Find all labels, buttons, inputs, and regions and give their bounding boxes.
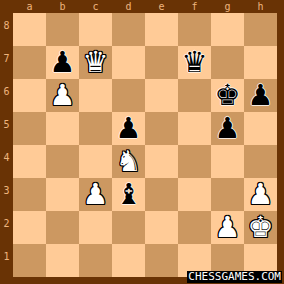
square-f6[interactable]	[178, 79, 211, 112]
square-b5[interactable]	[46, 112, 79, 145]
chess-diagram: ♟♛♛♟♚♟♟♟♞♟♝♟♟♚ CHESSGAMES.COM abcdefgh87…	[0, 0, 284, 284]
square-b1[interactable]	[46, 244, 79, 277]
square-a4[interactable]	[13, 145, 46, 178]
square-d1[interactable]	[112, 244, 145, 277]
square-d2[interactable]	[112, 211, 145, 244]
square-b6[interactable]: ♟	[46, 79, 79, 112]
square-g5[interactable]: ♟	[211, 112, 244, 145]
piece-white-knight[interactable]: ♞	[116, 145, 142, 178]
file-label-c: c	[79, 0, 112, 13]
square-g3[interactable]	[211, 178, 244, 211]
square-a7[interactable]	[13, 46, 46, 79]
square-f4[interactable]	[178, 145, 211, 178]
rank-label-2: 2	[0, 211, 13, 244]
square-e2[interactable]	[145, 211, 178, 244]
square-e6[interactable]	[145, 79, 178, 112]
square-a6[interactable]	[13, 79, 46, 112]
square-g7[interactable]	[211, 46, 244, 79]
chessgames-watermark: CHESSGAMES.COM	[187, 271, 282, 283]
square-g8[interactable]	[211, 13, 244, 46]
piece-white-pawn[interactable]: ♟	[83, 178, 109, 211]
rank-label-3: 3	[0, 178, 13, 211]
square-f5[interactable]	[178, 112, 211, 145]
square-f3[interactable]	[178, 178, 211, 211]
square-b3[interactable]	[46, 178, 79, 211]
square-e5[interactable]	[145, 112, 178, 145]
square-b2[interactable]	[46, 211, 79, 244]
rank-label-6: 6	[0, 79, 13, 112]
square-c4[interactable]	[79, 145, 112, 178]
square-f7[interactable]: ♛	[178, 46, 211, 79]
square-h7[interactable]	[244, 46, 277, 79]
piece-white-pawn[interactable]: ♟	[215, 211, 241, 244]
square-g4[interactable]	[211, 145, 244, 178]
chess-board: ♟♛♛♟♚♟♟♟♞♟♝♟♟♚	[13, 13, 277, 277]
square-d4[interactable]: ♞	[112, 145, 145, 178]
rank-label-4: 4	[0, 145, 13, 178]
file-label-g: g	[211, 0, 244, 13]
square-c3[interactable]: ♟	[79, 178, 112, 211]
square-a2[interactable]	[13, 211, 46, 244]
rank-label-7: 7	[0, 46, 13, 79]
square-b4[interactable]	[46, 145, 79, 178]
square-f2[interactable]	[178, 211, 211, 244]
square-c8[interactable]	[79, 13, 112, 46]
square-h3[interactable]: ♟	[244, 178, 277, 211]
piece-black-pawn[interactable]: ♟	[116, 112, 142, 145]
square-e7[interactable]	[145, 46, 178, 79]
piece-black-pawn[interactable]: ♟	[50, 46, 76, 79]
square-h8[interactable]	[244, 13, 277, 46]
file-label-e: e	[145, 0, 178, 13]
square-g6[interactable]: ♚	[211, 79, 244, 112]
square-e1[interactable]	[145, 244, 178, 277]
rank-label-1: 1	[0, 244, 13, 277]
piece-black-pawn[interactable]: ♟	[248, 79, 274, 112]
file-label-d: d	[112, 0, 145, 13]
square-c2[interactable]	[79, 211, 112, 244]
piece-white-king[interactable]: ♚	[248, 211, 274, 244]
rank-label-5: 5	[0, 112, 13, 145]
piece-white-pawn[interactable]: ♟	[248, 178, 274, 211]
square-a8[interactable]	[13, 13, 46, 46]
square-d6[interactable]	[112, 79, 145, 112]
square-g2[interactable]: ♟	[211, 211, 244, 244]
square-h4[interactable]	[244, 145, 277, 178]
square-h5[interactable]	[244, 112, 277, 145]
square-d8[interactable]	[112, 13, 145, 46]
piece-black-bishop[interactable]: ♝	[116, 178, 142, 211]
square-b7[interactable]: ♟	[46, 46, 79, 79]
square-b8[interactable]	[46, 13, 79, 46]
square-e4[interactable]	[145, 145, 178, 178]
square-h6[interactable]: ♟	[244, 79, 277, 112]
piece-black-king[interactable]: ♚	[215, 79, 241, 112]
square-h2[interactable]: ♚	[244, 211, 277, 244]
file-label-h: h	[244, 0, 277, 13]
square-c1[interactable]	[79, 244, 112, 277]
square-a1[interactable]	[13, 244, 46, 277]
piece-white-queen[interactable]: ♛	[83, 46, 109, 79]
file-label-a: a	[13, 0, 46, 13]
piece-black-pawn[interactable]: ♟	[215, 112, 241, 145]
piece-black-queen[interactable]: ♛	[182, 46, 208, 79]
square-c7[interactable]: ♛	[79, 46, 112, 79]
file-label-f: f	[178, 0, 211, 13]
piece-white-pawn[interactable]: ♟	[50, 79, 76, 112]
square-a5[interactable]	[13, 112, 46, 145]
square-e8[interactable]	[145, 13, 178, 46]
square-a3[interactable]	[13, 178, 46, 211]
square-d5[interactable]: ♟	[112, 112, 145, 145]
square-d3[interactable]: ♝	[112, 178, 145, 211]
square-d7[interactable]	[112, 46, 145, 79]
square-e3[interactable]	[145, 178, 178, 211]
file-label-b: b	[46, 0, 79, 13]
rank-label-8: 8	[0, 13, 13, 46]
square-c6[interactable]	[79, 79, 112, 112]
square-c5[interactable]	[79, 112, 112, 145]
square-f8[interactable]	[178, 13, 211, 46]
